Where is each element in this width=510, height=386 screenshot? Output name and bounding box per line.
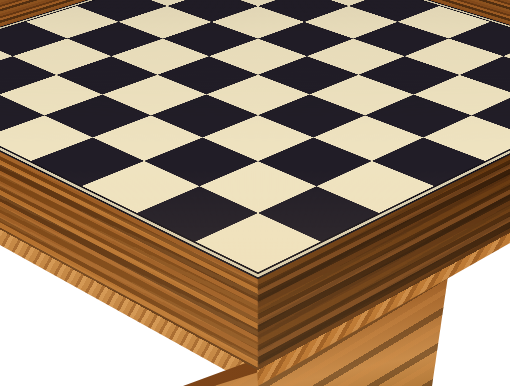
chessboard-product-photo <box>0 0 510 386</box>
